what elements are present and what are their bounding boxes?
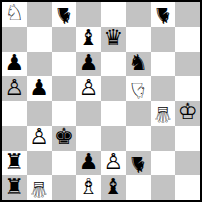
- white-knight-piece: ♘: [5, 2, 25, 24]
- square-g2[interactable]: [151, 151, 176, 176]
- square-e4[interactable]: [101, 101, 126, 126]
- black-rook-piece: ♜: [5, 151, 25, 173]
- square-c8[interactable]: ♞: [52, 2, 77, 27]
- square-f1[interactable]: [126, 175, 151, 200]
- black-pawn-piece: ♟: [79, 151, 99, 173]
- black-pawn-piece: ♟: [29, 77, 49, 99]
- black-bishop-piece: ♝: [79, 27, 99, 49]
- black-nightrider-rotated-knight-piece: ♞: [54, 4, 74, 26]
- square-a5[interactable]: ♙: [2, 76, 27, 101]
- square-h2[interactable]: [175, 151, 200, 176]
- square-e6[interactable]: [101, 52, 126, 77]
- square-a4[interactable]: [2, 101, 27, 126]
- square-f4[interactable]: [126, 101, 151, 126]
- chess-diagram: ♘♞♞♝♛♟♟♞♙♟♙♘♕♔♙♚♜♟♙♞♜♕♗♝: [0, 0, 202, 202]
- square-e7[interactable]: ♛: [101, 27, 126, 52]
- square-c4[interactable]: [52, 101, 77, 126]
- square-h5[interactable]: [175, 76, 200, 101]
- square-g4[interactable]: ♕: [151, 101, 176, 126]
- square-b4[interactable]: [27, 101, 52, 126]
- black-knight-piece: ♞: [128, 52, 148, 74]
- square-h1[interactable]: [175, 175, 200, 200]
- square-d1[interactable]: ♗: [76, 175, 101, 200]
- square-g5[interactable]: [151, 76, 176, 101]
- square-e1[interactable]: ♝: [101, 175, 126, 200]
- square-h6[interactable]: [175, 52, 200, 77]
- square-d6[interactable]: ♟: [76, 52, 101, 77]
- square-e3[interactable]: [101, 126, 126, 151]
- black-pawn-piece: ♟: [5, 52, 25, 74]
- square-g7[interactable]: [151, 27, 176, 52]
- black-rook-piece: ♜: [5, 176, 25, 198]
- square-b7[interactable]: [27, 27, 52, 52]
- square-h8[interactable]: [175, 2, 200, 27]
- square-a3[interactable]: [2, 126, 27, 151]
- square-a8[interactable]: ♘: [2, 2, 27, 27]
- square-c6[interactable]: [52, 52, 77, 77]
- square-d7[interactable]: ♝: [76, 27, 101, 52]
- square-b6[interactable]: [27, 52, 52, 77]
- white-pawn-piece: ♙: [79, 77, 99, 99]
- square-f7[interactable]: [126, 27, 151, 52]
- square-e5[interactable]: [101, 76, 126, 101]
- square-g1[interactable]: [151, 175, 176, 200]
- square-b8[interactable]: [27, 2, 52, 27]
- square-e8[interactable]: [101, 2, 126, 27]
- white-pawn-piece: ♙: [104, 151, 124, 173]
- square-b1[interactable]: ♕: [27, 175, 52, 200]
- black-king-piece: ♚: [54, 126, 74, 148]
- black-bishop-piece: ♝: [104, 176, 124, 198]
- square-c3[interactable]: ♚: [52, 126, 77, 151]
- square-d4[interactable]: [76, 101, 101, 126]
- square-f3[interactable]: [126, 126, 151, 151]
- square-a1[interactable]: ♜: [2, 175, 27, 200]
- white-bishop-piece: ♗: [79, 176, 99, 198]
- black-queen-piece: ♛: [104, 27, 124, 49]
- square-h3[interactable]: [175, 126, 200, 151]
- square-d8[interactable]: [76, 2, 101, 27]
- square-h4[interactable]: ♔: [175, 101, 200, 126]
- black-nightrider-rotated-knight-piece: ♞: [128, 153, 148, 175]
- square-c2[interactable]: [52, 151, 77, 176]
- square-a7[interactable]: [2, 27, 27, 52]
- square-b2[interactable]: [27, 151, 52, 176]
- square-h7[interactable]: [175, 27, 200, 52]
- square-d2[interactable]: ♟: [76, 151, 101, 176]
- square-a2[interactable]: ♜: [2, 151, 27, 176]
- white-nightrider-rotated-knight-piece: ♘: [128, 79, 148, 101]
- square-c7[interactable]: [52, 27, 77, 52]
- square-c5[interactable]: [52, 76, 77, 101]
- square-g8[interactable]: ♞: [151, 2, 176, 27]
- square-b3[interactable]: ♙: [27, 126, 52, 151]
- square-f2[interactable]: ♞: [126, 151, 151, 176]
- white-pawn-piece: ♙: [5, 77, 25, 99]
- square-c1[interactable]: [52, 175, 77, 200]
- white-grasshopper-inverted-queen-piece: ♕: [153, 103, 173, 125]
- square-f8[interactable]: [126, 2, 151, 27]
- white-pawn-piece: ♙: [29, 126, 49, 148]
- white-grasshopper-inverted-queen-piece: ♕: [29, 178, 49, 200]
- square-g3[interactable]: [151, 126, 176, 151]
- square-f6[interactable]: ♞: [126, 52, 151, 77]
- square-d5[interactable]: ♙: [76, 76, 101, 101]
- square-d3[interactable]: [76, 126, 101, 151]
- square-f5[interactable]: ♘: [126, 76, 151, 101]
- square-b5[interactable]: ♟: [27, 76, 52, 101]
- square-e2[interactable]: ♙: [101, 151, 126, 176]
- chess-board: ♘♞♞♝♛♟♟♞♙♟♙♘♕♔♙♚♜♟♙♞♜♕♗♝: [0, 0, 202, 202]
- black-pawn-piece: ♟: [79, 52, 99, 74]
- white-king-piece: ♔: [178, 101, 198, 123]
- square-g6[interactable]: [151, 52, 176, 77]
- black-nightrider-rotated-knight-piece: ♞: [153, 4, 173, 26]
- square-a6[interactable]: ♟: [2, 52, 27, 77]
